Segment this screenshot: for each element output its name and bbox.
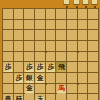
board-cell[interactable]	[14, 20, 25, 31]
board-cell[interactable]	[14, 30, 25, 41]
board-cell[interactable]	[88, 62, 99, 73]
shogi-piece[interactable]: 飛	[57, 63, 67, 73]
shogi-piece[interactable]: 歩	[25, 63, 35, 73]
board-cell[interactable]	[67, 94, 78, 100]
board-cell[interactable]	[56, 73, 67, 84]
board-cell[interactable]: 歩	[46, 62, 57, 73]
board-cell[interactable]	[88, 41, 99, 52]
board-cell[interactable]: 歩	[35, 62, 46, 73]
board-cell[interactable]	[35, 41, 46, 52]
board-cell[interactable]: 銀	[24, 73, 35, 84]
shogi-piece[interactable]: 香	[4, 95, 14, 100]
board-cell[interactable]	[14, 62, 25, 73]
board-cell[interactable]: 金	[35, 73, 46, 84]
board-cell[interactable]	[88, 84, 99, 95]
board-cell[interactable]	[78, 52, 89, 63]
board-cell[interactable]	[14, 84, 25, 95]
board-cell[interactable]	[14, 9, 25, 20]
board-cell[interactable]	[88, 94, 99, 100]
board-cell[interactable]	[56, 30, 67, 41]
board-cell[interactable]: 歩	[14, 73, 25, 84]
shogi-piece[interactable]: 歩	[4, 63, 14, 73]
board-cell[interactable]	[46, 20, 57, 31]
shogi-piece[interactable]: 歩	[46, 63, 56, 73]
board-cell[interactable]	[56, 20, 67, 31]
board-cell[interactable]	[14, 52, 25, 63]
board-cell[interactable]	[24, 52, 35, 63]
star-point	[45, 51, 47, 53]
board-cell[interactable]	[35, 20, 46, 31]
board-cell[interactable]	[46, 30, 57, 41]
board-cell[interactable]: 玉	[35, 94, 46, 100]
board-cell[interactable]	[46, 94, 57, 100]
board-cell[interactable]: 飛	[56, 62, 67, 73]
star-point	[77, 51, 79, 53]
board-cell[interactable]	[67, 20, 78, 31]
board-cell[interactable]: 歩	[3, 62, 14, 73]
captured-piece[interactable]	[82, 0, 89, 5]
board-grid: 歩歩歩歩飛歩銀金金馬香桂玉	[3, 9, 99, 100]
board-cell[interactable]	[24, 9, 35, 20]
board-cell[interactable]	[46, 73, 57, 84]
shogi-piece[interactable]: 歩	[14, 74, 24, 84]
shogi-piece[interactable]: 歩	[36, 63, 46, 73]
board-cell[interactable]	[56, 94, 67, 100]
board-cell[interactable]	[46, 41, 57, 52]
board-cell[interactable]	[56, 52, 67, 63]
board-cell[interactable]	[88, 30, 99, 41]
board-cell[interactable]: 歩	[24, 62, 35, 73]
board-cell[interactable]	[88, 20, 99, 31]
board-cell[interactable]	[3, 41, 14, 52]
board-cell[interactable]	[67, 84, 78, 95]
board-cell[interactable]	[46, 52, 57, 63]
captured-piece[interactable]	[91, 0, 98, 5]
board-cell[interactable]	[3, 20, 14, 31]
board-cell[interactable]	[88, 52, 99, 63]
board-cell[interactable]	[35, 52, 46, 63]
board-cell[interactable]	[67, 52, 78, 63]
board-cell[interactable]	[78, 94, 89, 100]
board-cell[interactable]	[3, 84, 14, 95]
board-cell[interactable]: 金	[24, 84, 35, 95]
shogi-piece[interactable]: 桂	[14, 95, 24, 100]
board-cell[interactable]	[78, 62, 89, 73]
star-point	[45, 83, 47, 85]
board-cell[interactable]	[3, 30, 14, 41]
board-cell[interactable]: 桂	[14, 94, 25, 100]
shogi-board: 歩歩歩歩飛歩銀金金馬香桂玉	[2, 8, 99, 100]
board-cell[interactable]	[3, 9, 14, 20]
board-cell[interactable]: 香	[3, 94, 14, 100]
shogi-piece[interactable]: 玉	[36, 95, 46, 100]
board-cell[interactable]	[78, 20, 89, 31]
captured-piece[interactable]	[73, 0, 80, 5]
board-cell[interactable]	[78, 73, 89, 84]
shogi-piece[interactable]: 銀	[25, 74, 35, 84]
shogi-piece[interactable]: 金	[25, 84, 35, 94]
board-cell[interactable]	[3, 73, 14, 84]
board-cell[interactable]	[24, 94, 35, 100]
board-cell[interactable]	[24, 30, 35, 41]
board-cell[interactable]	[35, 84, 46, 95]
shogi-piece[interactable]: 金	[36, 74, 46, 84]
board-cell[interactable]	[78, 41, 89, 52]
board-cell[interactable]	[88, 9, 99, 20]
board-cell[interactable]	[67, 62, 78, 73]
captured-piece[interactable]	[63, 0, 70, 5]
board-cell[interactable]	[67, 9, 78, 20]
board-cell[interactable]	[56, 41, 67, 52]
board-cell[interactable]	[24, 20, 35, 31]
board-cell[interactable]	[67, 73, 78, 84]
board-cell[interactable]	[46, 9, 57, 20]
board-cell[interactable]	[35, 9, 46, 20]
board-cell[interactable]	[78, 30, 89, 41]
board-cell[interactable]	[56, 9, 67, 20]
shogi-piece[interactable]: 馬	[57, 84, 67, 94]
board-cell[interactable]	[35, 30, 46, 41]
captured-pieces-tray	[0, 0, 100, 8]
star-point	[77, 83, 79, 85]
board-cell[interactable]	[78, 9, 89, 20]
board-cell[interactable]	[24, 41, 35, 52]
board-cell[interactable]	[46, 84, 57, 95]
board-cell[interactable]	[67, 41, 78, 52]
board-cell[interactable]	[14, 41, 25, 52]
board-cell[interactable]: 馬	[56, 84, 67, 95]
board-cell[interactable]	[67, 30, 78, 41]
board-cell[interactable]	[78, 84, 89, 95]
board-cell[interactable]	[88, 73, 99, 84]
board-cell[interactable]	[3, 52, 14, 63]
